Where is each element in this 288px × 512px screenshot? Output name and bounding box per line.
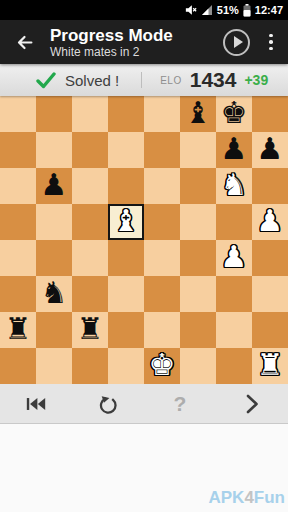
square-a1[interactable]: [0, 348, 36, 384]
piece-black-pawn[interactable]: ♟: [221, 131, 248, 167]
elo-label: ELO: [160, 75, 182, 86]
hint-button[interactable]: ?: [144, 384, 216, 423]
square-f4[interactable]: [180, 240, 216, 276]
square-b8[interactable]: [36, 96, 72, 132]
square-d7[interactable]: [108, 132, 144, 168]
status-bar: 51% 12:47: [0, 0, 288, 20]
chess-board: ♝♚♟♟♟♞♝♟♟♞♜♜♚♜: [0, 96, 288, 384]
solved-status-text: Solved !: [65, 72, 119, 89]
volume-mute-icon: [185, 4, 197, 16]
square-c8[interactable]: [72, 96, 108, 132]
bottom-toolbar: ?: [0, 384, 288, 424]
app-bar: Progress Mode White mates in 2: [0, 20, 288, 64]
watermark-part1: APK: [208, 488, 244, 507]
square-a6[interactable]: [0, 168, 36, 204]
skip-to-start-icon: [25, 395, 47, 413]
square-d6[interactable]: [108, 168, 144, 204]
square-c4[interactable]: [72, 240, 108, 276]
square-c6[interactable]: [72, 168, 108, 204]
square-d1[interactable]: [108, 348, 144, 384]
square-g3[interactable]: [216, 276, 252, 312]
piece-black-bishop[interactable]: ♝: [185, 95, 212, 131]
piece-white-rook[interactable]: ♜: [257, 347, 284, 383]
square-e6[interactable]: [144, 168, 180, 204]
hint-question-icon: ?: [174, 392, 187, 416]
square-a3[interactable]: [0, 276, 36, 312]
square-c1[interactable]: [72, 348, 108, 384]
square-d5[interactable]: ♝: [108, 204, 144, 240]
elo-value: 1434: [190, 68, 237, 92]
square-e8[interactable]: [144, 96, 180, 132]
square-a2[interactable]: ♜: [0, 312, 36, 348]
piece-black-king[interactable]: ♚: [221, 95, 248, 131]
square-a5[interactable]: [0, 204, 36, 240]
square-g4[interactable]: ♟: [216, 240, 252, 276]
square-b1[interactable]: [36, 348, 72, 384]
square-b2[interactable]: [36, 312, 72, 348]
square-g8[interactable]: ♚: [216, 96, 252, 132]
watermark-part2: 4: [244, 488, 253, 507]
overflow-dot: [269, 47, 273, 51]
next-button[interactable]: [216, 384, 288, 423]
piece-black-rook[interactable]: ♜: [5, 311, 32, 347]
square-f2[interactable]: [180, 312, 216, 348]
square-d3[interactable]: [108, 276, 144, 312]
square-g7[interactable]: ♟: [216, 132, 252, 168]
square-h8[interactable]: [252, 96, 288, 132]
square-f1[interactable]: [180, 348, 216, 384]
apk4fun-watermark: APK4Fun: [208, 488, 285, 508]
overflow-dot: [269, 40, 273, 44]
square-b4[interactable]: [36, 240, 72, 276]
back-button[interactable]: [8, 26, 40, 58]
square-g5[interactable]: [216, 204, 252, 240]
square-b5[interactable]: [36, 204, 72, 240]
check-wrap: [36, 72, 56, 89]
square-d8[interactable]: [108, 96, 144, 132]
square-c3[interactable]: [72, 276, 108, 312]
piece-white-knight[interactable]: ♞: [221, 167, 248, 203]
square-b6[interactable]: ♟: [36, 168, 72, 204]
square-a4[interactable]: [0, 240, 36, 276]
square-e4[interactable]: [144, 240, 180, 276]
elo-delta: +39: [244, 72, 268, 88]
piece-white-pawn[interactable]: ♟: [221, 239, 248, 275]
piece-white-bishop[interactable]: ♝: [113, 203, 140, 239]
square-e7[interactable]: [144, 132, 180, 168]
page-title: Progress Mode: [50, 26, 223, 45]
square-h2[interactable]: [252, 312, 288, 348]
piece-white-king[interactable]: ♚: [149, 347, 176, 383]
square-h7[interactable]: ♟: [252, 132, 288, 168]
square-d4[interactable]: [108, 240, 144, 276]
square-f7[interactable]: [180, 132, 216, 168]
appbar-titles: Progress Mode White mates in 2: [50, 26, 223, 59]
battery-percent: 51%: [217, 4, 239, 16]
skip-to-start-button[interactable]: [0, 384, 72, 423]
square-a7[interactable]: [0, 132, 36, 168]
signal-icon: [201, 4, 213, 16]
screen: 51% 12:47 Progress Mode White mates in 2: [0, 0, 288, 512]
square-g6[interactable]: ♞: [216, 168, 252, 204]
check-icon: [36, 72, 56, 89]
square-h6[interactable]: [252, 168, 288, 204]
result-bar: Solved ! ELO 1434 +39: [0, 64, 288, 96]
back-arrow-icon: [15, 33, 34, 52]
square-f6[interactable]: [180, 168, 216, 204]
undo-button[interactable]: [72, 384, 144, 423]
watermark-part3: Fun: [254, 488, 285, 507]
square-e3[interactable]: [144, 276, 180, 312]
square-a8[interactable]: [0, 96, 36, 132]
square-g1[interactable]: [216, 348, 252, 384]
bottom-area: APK4Fun: [0, 424, 288, 512]
square-h5[interactable]: ♟: [252, 204, 288, 240]
square-e1[interactable]: ♚: [144, 348, 180, 384]
overflow-dot: [269, 34, 273, 38]
play-button[interactable]: [223, 29, 250, 56]
square-f8[interactable]: ♝: [180, 96, 216, 132]
piece-black-knight[interactable]: ♞: [41, 275, 68, 311]
square-f5[interactable]: [180, 204, 216, 240]
square-e2[interactable]: [144, 312, 180, 348]
square-b3[interactable]: ♞: [36, 276, 72, 312]
square-h1[interactable]: ♜: [252, 348, 288, 384]
play-icon: [234, 36, 243, 48]
piece-black-pawn[interactable]: ♟: [257, 131, 284, 167]
vertical-divider: [141, 72, 142, 88]
page-subtitle: White mates in 2: [50, 45, 223, 59]
battery-icon: [243, 4, 251, 17]
chevron-right-icon: [245, 394, 259, 414]
square-d2[interactable]: [108, 312, 144, 348]
status-time: 12:47: [255, 4, 283, 16]
undo-icon: [98, 394, 119, 414]
square-f3[interactable]: [180, 276, 216, 312]
piece-white-pawn[interactable]: ♟: [257, 203, 284, 239]
square-c2[interactable]: ♜: [72, 312, 108, 348]
overflow-menu-button[interactable]: [264, 27, 278, 57]
square-b7[interactable]: [36, 132, 72, 168]
square-c7[interactable]: [72, 132, 108, 168]
piece-black-rook[interactable]: ♜: [77, 311, 104, 347]
square-c5[interactable]: [72, 204, 108, 240]
piece-black-pawn[interactable]: ♟: [41, 167, 68, 203]
square-h3[interactable]: [252, 276, 288, 312]
square-h4[interactable]: [252, 240, 288, 276]
square-g2[interactable]: [216, 312, 252, 348]
square-e5[interactable]: [144, 204, 180, 240]
